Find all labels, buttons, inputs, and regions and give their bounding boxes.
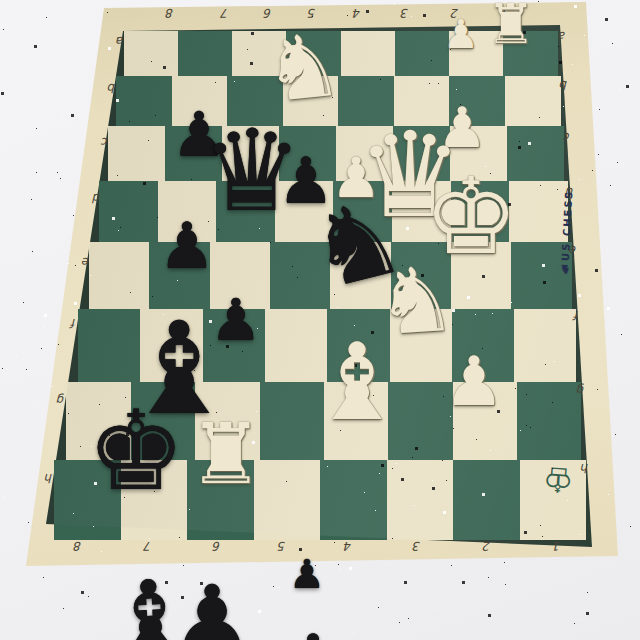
square-f1[interactable]	[514, 309, 576, 382]
square-b1[interactable]	[505, 76, 561, 126]
piece-black-pawn-captured[interactable]: ♟	[279, 625, 346, 640]
square-a3[interactable]	[395, 31, 449, 76]
piece-black-queen-d6[interactable]: ♛	[201, 115, 302, 228]
square-h4[interactable]	[320, 460, 387, 540]
square-b8[interactable]	[116, 76, 172, 126]
square-a4[interactable]	[341, 31, 395, 76]
piece-white-pawn-g2[interactable]: ♟	[444, 348, 505, 416]
square-g1[interactable]	[517, 382, 581, 460]
us-chess-wordmark: US CHESS	[560, 189, 575, 261]
square-h5[interactable]	[254, 460, 321, 540]
square-h2[interactable]	[453, 460, 520, 540]
square-d8[interactable]	[99, 181, 158, 242]
us-chess-knight-icon: ♞	[559, 263, 571, 277]
corner-king-graphic-icon: ♔	[542, 459, 575, 501]
piece-white-pawn-a2[interactable]: ♟	[443, 14, 479, 54]
piece-black-pawn-captured[interactable]: ♟	[169, 573, 254, 640]
square-a7[interactable]	[178, 31, 232, 76]
piece-white-knight-b5[interactable]: ♞	[259, 20, 347, 116]
piece-black-pawn-captured[interactable]: ♟	[289, 554, 325, 594]
piece-white-bishop-g4[interactable]: ♝	[309, 330, 404, 436]
chessboard-photo-scene: 8765432187654321abcdefghabcdefgh ♞ US CH…	[0, 0, 640, 640]
piece-black-king-h7[interactable]: ♚	[87, 396, 186, 506]
us-chess-branding: ♞ US CHESS	[550, 179, 585, 276]
square-c8[interactable]	[108, 126, 165, 181]
piece-white-rook-a1[interactable]: ♜	[486, 0, 535, 52]
piece-white-rook-h6[interactable]: ♜	[188, 412, 263, 496]
square-h3[interactable]	[387, 460, 454, 540]
piece-black-pawn-e7[interactable]: ♟	[158, 214, 215, 278]
square-a8[interactable]	[124, 31, 178, 76]
